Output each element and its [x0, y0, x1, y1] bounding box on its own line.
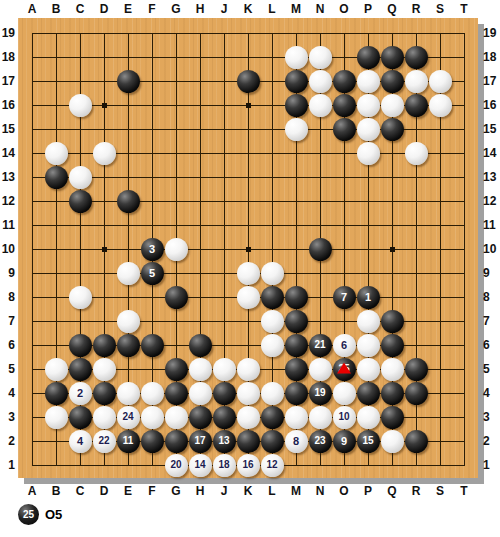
point-A7[interactable] — [20, 309, 44, 333]
point-F4[interactable] — [140, 381, 164, 405]
point-H8[interactable] — [188, 285, 212, 309]
point-S2[interactable] — [428, 429, 452, 453]
point-E8[interactable] — [116, 285, 140, 309]
point-F17[interactable] — [140, 69, 164, 93]
point-B6[interactable] — [44, 333, 68, 357]
point-H2[interactable]: 17 — [188, 429, 212, 453]
point-E15[interactable] — [116, 117, 140, 141]
point-M5[interactable] — [284, 357, 308, 381]
point-E4[interactable] — [116, 381, 140, 405]
point-O16[interactable] — [332, 93, 356, 117]
point-A9[interactable] — [20, 261, 44, 285]
point-B4[interactable] — [44, 381, 68, 405]
point-B7[interactable] — [44, 309, 68, 333]
point-H4[interactable] — [188, 381, 212, 405]
point-H9[interactable] — [188, 261, 212, 285]
point-L2[interactable] — [260, 429, 284, 453]
point-M19[interactable] — [284, 21, 308, 45]
point-O13[interactable] — [332, 165, 356, 189]
point-D1[interactable] — [92, 453, 116, 477]
point-D13[interactable] — [92, 165, 116, 189]
point-T15[interactable] — [452, 117, 476, 141]
point-D9[interactable] — [92, 261, 116, 285]
point-C9[interactable] — [68, 261, 92, 285]
point-R3[interactable] — [404, 405, 428, 429]
point-M18[interactable] — [284, 45, 308, 69]
point-P6[interactable] — [356, 333, 380, 357]
point-G17[interactable] — [164, 69, 188, 93]
point-S1[interactable] — [428, 453, 452, 477]
point-Q9[interactable] — [380, 261, 404, 285]
point-Q6[interactable] — [380, 333, 404, 357]
point-R6[interactable] — [404, 333, 428, 357]
point-O14[interactable] — [332, 141, 356, 165]
point-Q15[interactable] — [380, 117, 404, 141]
point-S10[interactable] — [428, 237, 452, 261]
point-A3[interactable] — [20, 405, 44, 429]
point-C8[interactable] — [68, 285, 92, 309]
point-R8[interactable] — [404, 285, 428, 309]
point-R12[interactable] — [404, 189, 428, 213]
point-F14[interactable] — [140, 141, 164, 165]
point-D18[interactable] — [92, 45, 116, 69]
point-O15[interactable] — [332, 117, 356, 141]
point-P5[interactable] — [356, 357, 380, 381]
point-S7[interactable] — [428, 309, 452, 333]
point-J16[interactable] — [212, 93, 236, 117]
point-J12[interactable] — [212, 189, 236, 213]
point-B18[interactable] — [44, 45, 68, 69]
point-D7[interactable] — [92, 309, 116, 333]
point-J2[interactable]: 13 — [212, 429, 236, 453]
point-B19[interactable] — [44, 21, 68, 45]
point-G10[interactable] — [164, 237, 188, 261]
point-B17[interactable] — [44, 69, 68, 93]
point-F2[interactable] — [140, 429, 164, 453]
point-H17[interactable] — [188, 69, 212, 93]
point-G13[interactable] — [164, 165, 188, 189]
point-P12[interactable] — [356, 189, 380, 213]
point-S3[interactable] — [428, 405, 452, 429]
point-T11[interactable] — [452, 213, 476, 237]
point-Q7[interactable] — [380, 309, 404, 333]
point-T1[interactable] — [452, 453, 476, 477]
point-E11[interactable] — [116, 213, 140, 237]
point-T8[interactable] — [452, 285, 476, 309]
point-C14[interactable] — [68, 141, 92, 165]
point-L8[interactable] — [260, 285, 284, 309]
point-D3[interactable] — [92, 405, 116, 429]
point-B15[interactable] — [44, 117, 68, 141]
point-R18[interactable] — [404, 45, 428, 69]
point-T9[interactable] — [452, 261, 476, 285]
point-F10[interactable]: 3 — [140, 237, 164, 261]
point-E3[interactable]: 24 — [116, 405, 140, 429]
point-O3[interactable]: 10 — [332, 405, 356, 429]
point-B9[interactable] — [44, 261, 68, 285]
point-A1[interactable] — [20, 453, 44, 477]
point-K11[interactable] — [236, 213, 260, 237]
point-N5[interactable] — [308, 357, 332, 381]
point-A10[interactable] — [20, 237, 44, 261]
point-N11[interactable] — [308, 213, 332, 237]
point-R7[interactable] — [404, 309, 428, 333]
point-K15[interactable] — [236, 117, 260, 141]
point-N19[interactable] — [308, 21, 332, 45]
point-A13[interactable] — [20, 165, 44, 189]
point-L13[interactable] — [260, 165, 284, 189]
point-G12[interactable] — [164, 189, 188, 213]
point-E19[interactable] — [116, 21, 140, 45]
point-N17[interactable] — [308, 69, 332, 93]
point-B11[interactable] — [44, 213, 68, 237]
point-N14[interactable] — [308, 141, 332, 165]
point-S15[interactable] — [428, 117, 452, 141]
point-N13[interactable] — [308, 165, 332, 189]
point-T17[interactable] — [452, 69, 476, 93]
point-G4[interactable] — [164, 381, 188, 405]
point-P18[interactable] — [356, 45, 380, 69]
point-R10[interactable] — [404, 237, 428, 261]
point-S14[interactable] — [428, 141, 452, 165]
point-M2[interactable]: 8 — [284, 429, 308, 453]
point-J6[interactable] — [212, 333, 236, 357]
point-R1[interactable] — [404, 453, 428, 477]
point-O10[interactable] — [332, 237, 356, 261]
point-K4[interactable] — [236, 381, 260, 405]
point-H15[interactable] — [188, 117, 212, 141]
point-A18[interactable] — [20, 45, 44, 69]
point-D17[interactable] — [92, 69, 116, 93]
point-N4[interactable]: 19 — [308, 381, 332, 405]
point-E16[interactable] — [116, 93, 140, 117]
point-Q19[interactable] — [380, 21, 404, 45]
point-G14[interactable] — [164, 141, 188, 165]
point-L15[interactable] — [260, 117, 284, 141]
point-L10[interactable] — [260, 237, 284, 261]
point-P15[interactable] — [356, 117, 380, 141]
point-N6[interactable]: 21 — [308, 333, 332, 357]
point-L5[interactable] — [260, 357, 284, 381]
point-J7[interactable] — [212, 309, 236, 333]
point-M7[interactable] — [284, 309, 308, 333]
point-T14[interactable] — [452, 141, 476, 165]
point-K17[interactable] — [236, 69, 260, 93]
point-F7[interactable] — [140, 309, 164, 333]
point-M4[interactable] — [284, 381, 308, 405]
point-C4[interactable]: 2 — [68, 381, 92, 405]
point-C13[interactable] — [68, 165, 92, 189]
point-O19[interactable] — [332, 21, 356, 45]
point-D4[interactable] — [92, 381, 116, 405]
point-K2[interactable] — [236, 429, 260, 453]
point-P9[interactable] — [356, 261, 380, 285]
point-L4[interactable] — [260, 381, 284, 405]
point-A8[interactable] — [20, 285, 44, 309]
point-L19[interactable] — [260, 21, 284, 45]
point-D5[interactable] — [92, 357, 116, 381]
point-N8[interactable] — [308, 285, 332, 309]
point-E10[interactable] — [116, 237, 140, 261]
point-Q12[interactable] — [380, 189, 404, 213]
point-P2[interactable]: 15 — [356, 429, 380, 453]
point-K3[interactable] — [236, 405, 260, 429]
point-M14[interactable] — [284, 141, 308, 165]
point-H10[interactable] — [188, 237, 212, 261]
point-N2[interactable]: 23 — [308, 429, 332, 453]
point-R17[interactable] — [404, 69, 428, 93]
point-M6[interactable] — [284, 333, 308, 357]
point-S8[interactable] — [428, 285, 452, 309]
point-B8[interactable] — [44, 285, 68, 309]
point-H14[interactable] — [188, 141, 212, 165]
point-A17[interactable] — [20, 69, 44, 93]
point-D19[interactable] — [92, 21, 116, 45]
point-E5[interactable] — [116, 357, 140, 381]
point-S5[interactable] — [428, 357, 452, 381]
point-R9[interactable] — [404, 261, 428, 285]
point-T19[interactable] — [452, 21, 476, 45]
point-G9[interactable] — [164, 261, 188, 285]
point-S17[interactable] — [428, 69, 452, 93]
point-H12[interactable] — [188, 189, 212, 213]
point-L18[interactable] — [260, 45, 284, 69]
point-B10[interactable] — [44, 237, 68, 261]
point-M1[interactable] — [284, 453, 308, 477]
point-M12[interactable] — [284, 189, 308, 213]
point-D11[interactable] — [92, 213, 116, 237]
point-B1[interactable] — [44, 453, 68, 477]
point-F11[interactable] — [140, 213, 164, 237]
point-S9[interactable] — [428, 261, 452, 285]
point-F5[interactable] — [140, 357, 164, 381]
point-H19[interactable] — [188, 21, 212, 45]
point-G6[interactable] — [164, 333, 188, 357]
point-K14[interactable] — [236, 141, 260, 165]
point-R4[interactable] — [404, 381, 428, 405]
point-N3[interactable] — [308, 405, 332, 429]
point-E17[interactable] — [116, 69, 140, 93]
point-F6[interactable] — [140, 333, 164, 357]
point-J3[interactable] — [212, 405, 236, 429]
point-A11[interactable] — [20, 213, 44, 237]
point-S19[interactable] — [428, 21, 452, 45]
point-B5[interactable] — [44, 357, 68, 381]
point-B12[interactable] — [44, 189, 68, 213]
point-S4[interactable] — [428, 381, 452, 405]
point-P1[interactable] — [356, 453, 380, 477]
point-S16[interactable] — [428, 93, 452, 117]
point-O6[interactable]: 6 — [332, 333, 356, 357]
point-Q5[interactable] — [380, 357, 404, 381]
point-L14[interactable] — [260, 141, 284, 165]
point-D10[interactable] — [92, 237, 116, 261]
point-O8[interactable]: 7 — [332, 285, 356, 309]
point-J18[interactable] — [212, 45, 236, 69]
point-M3[interactable] — [284, 405, 308, 429]
point-N18[interactable] — [308, 45, 332, 69]
point-C1[interactable] — [68, 453, 92, 477]
point-F15[interactable] — [140, 117, 164, 141]
point-P4[interactable] — [356, 381, 380, 405]
point-Q8[interactable] — [380, 285, 404, 309]
point-O11[interactable] — [332, 213, 356, 237]
point-C15[interactable] — [68, 117, 92, 141]
point-F12[interactable] — [140, 189, 164, 213]
point-K10[interactable] — [236, 237, 260, 261]
point-J13[interactable] — [212, 165, 236, 189]
point-S12[interactable] — [428, 189, 452, 213]
point-S6[interactable] — [428, 333, 452, 357]
point-E18[interactable] — [116, 45, 140, 69]
point-C18[interactable] — [68, 45, 92, 69]
point-P10[interactable] — [356, 237, 380, 261]
point-Q17[interactable] — [380, 69, 404, 93]
point-P7[interactable] — [356, 309, 380, 333]
point-Q10[interactable] — [380, 237, 404, 261]
point-G7[interactable] — [164, 309, 188, 333]
point-R14[interactable] — [404, 141, 428, 165]
point-K1[interactable]: 16 — [236, 453, 260, 477]
point-H16[interactable] — [188, 93, 212, 117]
point-F19[interactable] — [140, 21, 164, 45]
point-O2[interactable]: 9 — [332, 429, 356, 453]
point-L11[interactable] — [260, 213, 284, 237]
point-M8[interactable] — [284, 285, 308, 309]
point-P17[interactable] — [356, 69, 380, 93]
point-K8[interactable] — [236, 285, 260, 309]
point-N16[interactable] — [308, 93, 332, 117]
point-D16[interactable] — [92, 93, 116, 117]
point-P13[interactable] — [356, 165, 380, 189]
point-N15[interactable] — [308, 117, 332, 141]
point-K12[interactable] — [236, 189, 260, 213]
point-O9[interactable] — [332, 261, 356, 285]
point-T16[interactable] — [452, 93, 476, 117]
point-J1[interactable]: 18 — [212, 453, 236, 477]
point-C10[interactable] — [68, 237, 92, 261]
point-A6[interactable] — [20, 333, 44, 357]
point-C2[interactable]: 4 — [68, 429, 92, 453]
point-D14[interactable] — [92, 141, 116, 165]
point-M10[interactable] — [284, 237, 308, 261]
point-C16[interactable] — [68, 93, 92, 117]
point-N12[interactable] — [308, 189, 332, 213]
point-S18[interactable] — [428, 45, 452, 69]
point-L7[interactable] — [260, 309, 284, 333]
point-Q11[interactable] — [380, 213, 404, 237]
point-T7[interactable] — [452, 309, 476, 333]
point-L17[interactable] — [260, 69, 284, 93]
point-B3[interactable] — [44, 405, 68, 429]
point-J15[interactable] — [212, 117, 236, 141]
point-M17[interactable] — [284, 69, 308, 93]
point-B13[interactable] — [44, 165, 68, 189]
point-C11[interactable] — [68, 213, 92, 237]
point-J4[interactable] — [212, 381, 236, 405]
point-L9[interactable] — [260, 261, 284, 285]
point-H3[interactable] — [188, 405, 212, 429]
point-C19[interactable] — [68, 21, 92, 45]
point-J8[interactable] — [212, 285, 236, 309]
point-H5[interactable] — [188, 357, 212, 381]
point-N10[interactable] — [308, 237, 332, 261]
point-L3[interactable] — [260, 405, 284, 429]
point-G8[interactable] — [164, 285, 188, 309]
point-P16[interactable] — [356, 93, 380, 117]
point-J5[interactable] — [212, 357, 236, 381]
point-Q2[interactable] — [380, 429, 404, 453]
point-C3[interactable] — [68, 405, 92, 429]
point-C7[interactable] — [68, 309, 92, 333]
point-A16[interactable] — [20, 93, 44, 117]
point-H11[interactable] — [188, 213, 212, 237]
point-G11[interactable] — [164, 213, 188, 237]
point-E2[interactable]: 11 — [116, 429, 140, 453]
point-T13[interactable] — [452, 165, 476, 189]
point-J14[interactable] — [212, 141, 236, 165]
point-H13[interactable] — [188, 165, 212, 189]
point-R11[interactable] — [404, 213, 428, 237]
point-B14[interactable] — [44, 141, 68, 165]
point-S11[interactable] — [428, 213, 452, 237]
point-P8[interactable]: 1 — [356, 285, 380, 309]
point-E7[interactable] — [116, 309, 140, 333]
point-E1[interactable] — [116, 453, 140, 477]
point-C17[interactable] — [68, 69, 92, 93]
point-K13[interactable] — [236, 165, 260, 189]
point-M16[interactable] — [284, 93, 308, 117]
point-R5[interactable] — [404, 357, 428, 381]
point-N1[interactable] — [308, 453, 332, 477]
point-O17[interactable] — [332, 69, 356, 93]
point-G3[interactable] — [164, 405, 188, 429]
point-C6[interactable] — [68, 333, 92, 357]
point-T6[interactable] — [452, 333, 476, 357]
point-D12[interactable] — [92, 189, 116, 213]
point-M9[interactable] — [284, 261, 308, 285]
point-A4[interactable] — [20, 381, 44, 405]
point-G16[interactable] — [164, 93, 188, 117]
point-O5[interactable]: 25 — [332, 357, 356, 381]
point-R15[interactable] — [404, 117, 428, 141]
point-P19[interactable] — [356, 21, 380, 45]
point-E9[interactable] — [116, 261, 140, 285]
point-O12[interactable] — [332, 189, 356, 213]
point-R16[interactable] — [404, 93, 428, 117]
point-L1[interactable]: 12 — [260, 453, 284, 477]
point-J11[interactable] — [212, 213, 236, 237]
point-H7[interactable] — [188, 309, 212, 333]
point-D8[interactable] — [92, 285, 116, 309]
point-Q3[interactable] — [380, 405, 404, 429]
point-K6[interactable] — [236, 333, 260, 357]
point-T3[interactable] — [452, 405, 476, 429]
point-P3[interactable] — [356, 405, 380, 429]
point-J10[interactable] — [212, 237, 236, 261]
point-H6[interactable] — [188, 333, 212, 357]
point-Q4[interactable] — [380, 381, 404, 405]
point-E12[interactable] — [116, 189, 140, 213]
point-B2[interactable] — [44, 429, 68, 453]
point-A14[interactable] — [20, 141, 44, 165]
point-G1[interactable]: 20 — [164, 453, 188, 477]
point-T2[interactable] — [452, 429, 476, 453]
point-F18[interactable] — [140, 45, 164, 69]
point-N7[interactable] — [308, 309, 332, 333]
point-Q18[interactable] — [380, 45, 404, 69]
point-O7[interactable] — [332, 309, 356, 333]
